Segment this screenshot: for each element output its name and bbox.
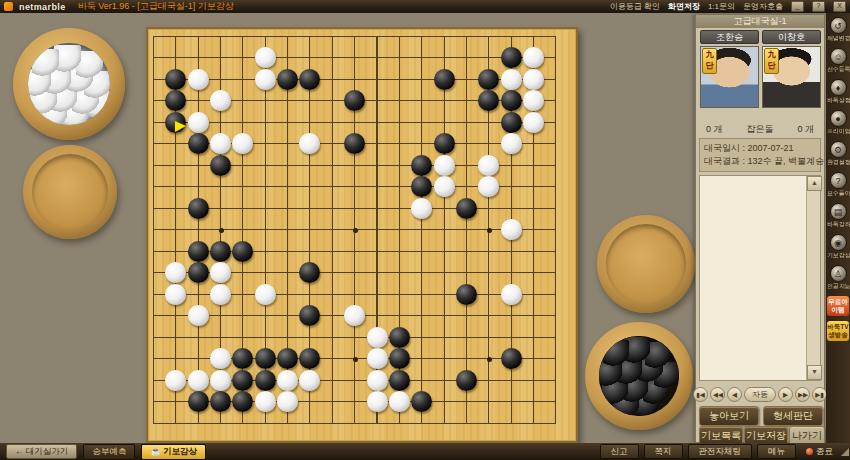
white-stone-12-8 (411, 198, 432, 219)
black-stone-3-10 (210, 241, 231, 262)
white-stone-13-6 (434, 155, 455, 176)
title-menu-item-3[interactable]: 운영자호출 (743, 1, 783, 12)
toolbar-item-10[interactable]: 바둑TV 생방송 (826, 321, 850, 341)
white-stone-16-5 (501, 133, 522, 154)
rank-badge-right: 九단 (764, 48, 779, 74)
title-menu: 이용등급 확인화면저장1:1문의운영자호출_?X (610, 1, 846, 12)
black-stone-2-11 (188, 262, 209, 283)
position-judge-button[interactable]: 형세판단 (763, 406, 823, 426)
white-stone-1-12 (165, 284, 186, 305)
white-stone-16-2 (501, 69, 522, 90)
player-name-left: 조한승 (700, 30, 759, 44)
white-stone-15-6 (478, 155, 499, 176)
playback-last-button[interactable]: ▶▮ (812, 387, 827, 402)
toolbar-label: 기보감상 (827, 251, 849, 258)
toolbar-label: 환경설정 (827, 158, 849, 165)
message-button[interactable]: 쪽지 (644, 444, 683, 459)
bottom-tab-0[interactable]: 승부예측 (83, 444, 135, 460)
playback-fast-fwd-button[interactable]: ▶▶ (795, 387, 810, 402)
star-point (353, 357, 358, 362)
toolbar-badge: 무료아이템 (827, 296, 849, 316)
star-point (487, 357, 492, 362)
title-menu-item-1[interactable]: 화면저장 (668, 1, 700, 12)
black-stone-16-3 (501, 90, 522, 111)
white-stone-1-16 (165, 370, 186, 391)
player-card-left: 조한승 九단 (700, 30, 759, 108)
white-stone-7-16 (299, 370, 320, 391)
black-stone-12-6 (411, 155, 432, 176)
game-result: 대국결과 : 132수 끝, 백불계승 (704, 155, 816, 168)
scrollbar[interactable]: ▲ ▼ (806, 176, 820, 380)
white-stone-9-13 (344, 305, 365, 326)
black-stone-11-14 (389, 327, 410, 348)
white-stone-17-1 (523, 47, 544, 68)
black-stones-pile (599, 336, 679, 416)
bowl-lid-left (23, 145, 117, 239)
spectator-chat-button[interactable]: 관전자채팅 (688, 444, 753, 459)
last-move-marker (175, 121, 186, 132)
black-stone-1-2 (165, 69, 186, 90)
bowl-lid-left-inner (32, 154, 108, 230)
minimize-button[interactable]: _ (791, 1, 804, 12)
title-bar: netmarble 바둑 Ver1.96 - [고급대국실-1] 기보감상 이용… (0, 0, 850, 13)
white-stone-13-7 (434, 176, 455, 197)
white-stone-10-14 (367, 327, 388, 348)
black-stone-5-15 (255, 348, 276, 369)
game-info-box: 대국일시 : 2007-07-21 대국결과 : 132수 끝, 백불계승 (699, 138, 821, 172)
white-stone-10-15 (367, 348, 388, 369)
black-stone-3-17 (210, 391, 231, 412)
help-button[interactable]: ? (812, 1, 825, 12)
player-name-right: 이창호 (762, 30, 821, 44)
black-stone-4-16 (232, 370, 253, 391)
toolbar-item-9[interactable]: 무료아이템 (826, 296, 850, 316)
white-stone-bowl (13, 28, 125, 140)
black-stone-14-12 (456, 284, 477, 305)
game-date: 대국일시 : 2007-07-21 (704, 142, 816, 155)
black-stone-6-2 (277, 69, 298, 90)
white-stone-17-4 (523, 112, 544, 133)
white-stone-3-16 (210, 370, 231, 391)
black-stone-11-16 (389, 370, 410, 391)
black-stone-11-15 (389, 348, 410, 369)
white-stone-16-12 (501, 284, 522, 305)
menu-button[interactable]: 메뉴 (757, 444, 796, 459)
toolbar-label: 바둑강좌 (827, 220, 849, 227)
star-point (487, 228, 492, 233)
black-stone-bowl-interior (599, 336, 679, 416)
white-stone-10-17 (367, 391, 388, 412)
right-toolbar: ↺채널변경☺선수등록제♦바둑상점●프리미엄⚙환경설정?묘수풀이▤바둑강좌◉기보감… (826, 13, 850, 443)
바둑강좌-icon: ▤ (830, 203, 847, 220)
black-stone-16-15 (501, 348, 522, 369)
toolbar-item-1[interactable]: ☺선수등록제 (826, 48, 850, 73)
toolbar-label: 바둑상점 (827, 96, 849, 103)
black-stone-14-16 (456, 370, 477, 391)
toolbar-badge: 바둑TV 생방송 (827, 321, 849, 341)
toolbar-item-6[interactable]: ▤바둑강좌 (826, 203, 850, 228)
white-stone-5-12 (255, 284, 276, 305)
white-stones-pile (28, 43, 110, 125)
black-stone-2-5 (188, 133, 209, 154)
playback-back-button[interactable]: ◀ (727, 387, 742, 402)
exit-label: 종료 (816, 446, 833, 458)
title-menu-item-2[interactable]: 1:1문의 (708, 1, 735, 12)
toolbar-label: 채널변경 (827, 34, 849, 41)
white-stone-17-3 (523, 90, 544, 111)
white-stone-2-13 (188, 305, 209, 326)
toolbar-item-2[interactable]: ♦바둑상점 (826, 79, 850, 104)
white-stone-10-16 (367, 370, 388, 391)
white-stone-11-17 (389, 391, 410, 412)
try-moves-button[interactable]: 놓아보기 (699, 406, 759, 426)
black-stone-13-2 (434, 69, 455, 90)
toolbar-label: 인공지능 (827, 282, 849, 289)
captures-label: 잡은돌 (747, 123, 774, 135)
black-stone-2-17 (188, 391, 209, 412)
white-stone-2-4 (188, 112, 209, 133)
title-menu-item-0[interactable]: 이용등급 확인 (610, 1, 660, 12)
room-label: 고급대국실-1 (696, 15, 824, 28)
기보감상-icon: ◉ (830, 234, 847, 251)
netmarble-logo-icon (4, 2, 13, 11)
bowl-lid-right-inner (606, 224, 686, 304)
lobby-back-button[interactable]: ← 대기실가기 (6, 444, 77, 459)
bottom-bar: ← 대기실가기 승부예측☕ 기보감상 신고쪽지관전자채팅메뉴 종료 (0, 443, 850, 460)
toolbar-item-0[interactable]: ↺채널변경 (826, 17, 850, 42)
black-stone-5-16 (255, 370, 276, 391)
toolbar-item-5[interactable]: ?묘수풀이 (826, 172, 850, 197)
white-stone-3-11 (210, 262, 231, 283)
black-stone-7-2 (299, 69, 320, 90)
resize-grip[interactable] (841, 448, 849, 456)
rank-badge-left: 九단 (702, 48, 717, 74)
선수등록제-icon: ☺ (830, 48, 847, 65)
toolbar-label: 선수등록제 (827, 65, 849, 72)
playback-controls: ▮◀◀◀◀자동▶▶▶▶▮ (699, 386, 821, 403)
toolbar-item-8[interactable]: ♙인공지능 (826, 265, 850, 290)
playback-first-button[interactable]: ▮◀ (693, 387, 708, 402)
white-stone-3-5 (210, 133, 231, 154)
white-stone-3-3 (210, 90, 231, 111)
white-stone-3-15 (210, 348, 231, 369)
bottom-tabs: 승부예측☕ 기보감상 (77, 444, 206, 460)
black-stone-bowl (585, 322, 693, 430)
프리미엄-icon: ● (830, 110, 847, 127)
white-stone-2-2 (188, 69, 209, 90)
black-stone-14-8 (456, 198, 477, 219)
black-stone-2-8 (188, 198, 209, 219)
black-stone-3-6 (210, 155, 231, 176)
go-board[interactable] (146, 27, 578, 443)
player-photo-right: 九단 (762, 46, 821, 108)
white-stone-17-2 (523, 69, 544, 90)
playback-fast-back-button[interactable]: ◀◀ (710, 387, 725, 402)
player-photo-left: 九단 (700, 46, 759, 108)
toolbar-label: 프리미엄 (827, 127, 849, 134)
black-stone-4-10 (232, 241, 253, 262)
black-stone-6-15 (277, 348, 298, 369)
bottom-right-buttons: 신고쪽지관전자채팅메뉴 종료 (595, 444, 850, 459)
captures-left: 0 개 (706, 123, 723, 135)
묘수풀이-icon: ? (830, 172, 847, 189)
captures-right: 0 개 (797, 123, 814, 135)
brand-name: netmarble (19, 2, 66, 12)
toolbar-item-7[interactable]: ◉기보감상 (826, 234, 850, 259)
white-stone-5-17 (255, 391, 276, 412)
move-list-panel[interactable]: ▲ ▼ (699, 175, 821, 381)
바둑상점-icon: ♦ (830, 79, 847, 96)
white-stone-6-17 (277, 391, 298, 412)
bowl-lid-right (597, 215, 695, 313)
white-stone-3-12 (210, 284, 231, 305)
scroll-up-button[interactable]: ▲ (807, 176, 822, 191)
환경설정-icon: ⚙ (830, 141, 847, 158)
black-stone-2-10 (188, 241, 209, 262)
player-card-right: 이창호 九단 (762, 30, 821, 108)
star-point (219, 228, 224, 233)
playback-auto-button[interactable]: 자동 (744, 387, 776, 402)
인공지능-icon: ♙ (830, 265, 847, 282)
black-stone-13-5 (434, 133, 455, 154)
sidebar-panel: 고급대국실-1 조한승 九단 이창호 九단 0 개 잡은돌 0 개 대국일시 :… (695, 14, 825, 443)
window-title: 바둑 Ver1.96 - [고급대국실-1] 기보감상 (78, 0, 234, 13)
bottom-tab-1[interactable]: ☕ 기보감상 (141, 444, 206, 460)
toolbar-item-3[interactable]: ●프리미엄 (826, 110, 850, 135)
scroll-down-button[interactable]: ▼ (807, 365, 822, 380)
black-stone-9-3 (344, 90, 365, 111)
black-stone-16-4 (501, 112, 522, 133)
black-stone-16-1 (501, 47, 522, 68)
toolbar-label: 묘수풀이 (827, 189, 849, 196)
playback-fwd-button[interactable]: ▶ (778, 387, 793, 402)
star-point (353, 228, 358, 233)
white-stone-bowl-interior (28, 43, 110, 125)
captures-row: 0 개 잡은돌 0 개 (696, 123, 824, 135)
bottom-buttons-holder: 신고쪽지관전자채팅메뉴 (595, 444, 797, 459)
black-stone-15-2 (478, 69, 499, 90)
white-stone-5-2 (255, 69, 276, 90)
채널변경-icon: ↺ (830, 17, 847, 34)
toolbar-item-4[interactable]: ⚙환경설정 (826, 141, 850, 166)
app-window: netmarble 바둑 Ver1.96 - [고급대국실-1] 기보감상 이용… (0, 0, 850, 460)
report-button[interactable]: 신고 (600, 444, 639, 459)
exit-icon (806, 448, 813, 455)
black-stone-9-5 (344, 133, 365, 154)
exit-button[interactable]: 종료 (806, 446, 833, 458)
white-stone-16-9 (501, 219, 522, 240)
close-button[interactable]: X (833, 1, 846, 12)
white-stone-5-1 (255, 47, 276, 68)
white-stone-6-16 (277, 370, 298, 391)
white-stone-2-16 (188, 370, 209, 391)
